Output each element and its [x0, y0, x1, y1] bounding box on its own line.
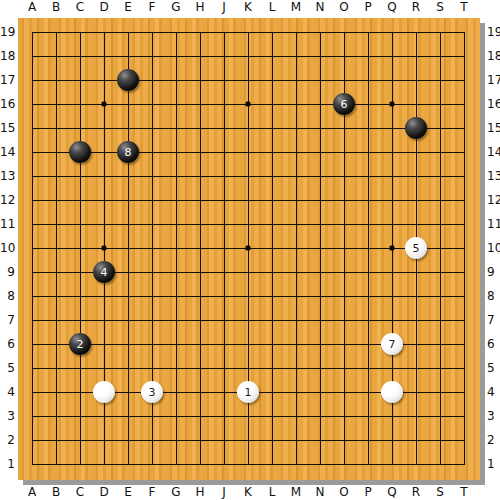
col-label-bottom-T: T: [452, 485, 476, 500]
intersection-T8: [452, 284, 476, 308]
intersection-Q16: [380, 92, 404, 116]
intersection-D18: [92, 44, 116, 68]
intersection-N12: [308, 188, 332, 212]
intersection-B8: [44, 284, 68, 308]
intersection-A15: [20, 116, 44, 140]
col-label-top-D: D: [92, 0, 116, 15]
intersection-E1: [116, 452, 140, 476]
intersection-M5: [284, 356, 308, 380]
row-label-left-7: 7: [0, 312, 15, 328]
intersection-R8: [404, 284, 428, 308]
intersection-D3: [92, 404, 116, 428]
row-label-left-11: 11: [0, 216, 15, 232]
col-label-top-L: L: [260, 0, 284, 15]
intersection-A13: [20, 164, 44, 188]
intersection-K11: [236, 212, 260, 236]
intersection-N6: [308, 332, 332, 356]
intersection-K14: [236, 140, 260, 164]
intersection-N5: [308, 356, 332, 380]
intersection-O6: [332, 332, 356, 356]
intersection-E16: [116, 92, 140, 116]
intersection-S19: [428, 20, 452, 44]
row-label-left-19: 19: [0, 24, 15, 40]
intersection-H17: [188, 68, 212, 92]
intersection-H8: [188, 284, 212, 308]
intersection-A3: [20, 404, 44, 428]
white-stone-Q6-move-7: 7: [381, 333, 403, 355]
intersection-L14: [260, 140, 284, 164]
intersection-O13: [332, 164, 356, 188]
intersection-D14: [92, 140, 116, 164]
intersection-J16: [212, 92, 236, 116]
intersection-N15: [308, 116, 332, 140]
intersection-S5: [428, 356, 452, 380]
intersection-S9: [428, 260, 452, 284]
intersection-T19: [452, 20, 476, 44]
intersection-D9: 4: [92, 260, 116, 284]
intersection-A12: [20, 188, 44, 212]
intersection-K17: [236, 68, 260, 92]
intersection-P17: [356, 68, 380, 92]
intersection-F9: [140, 260, 164, 284]
intersection-R12: [404, 188, 428, 212]
intersection-B4: [44, 380, 68, 404]
intersection-R16: [404, 92, 428, 116]
intersection-B6: [44, 332, 68, 356]
col-label-top-O: O: [332, 0, 356, 15]
intersection-F18: [140, 44, 164, 68]
intersection-A16: [20, 92, 44, 116]
intersection-L10: [260, 236, 284, 260]
intersection-E13: [116, 164, 140, 188]
intersection-J17: [212, 68, 236, 92]
intersection-D13: [92, 164, 116, 188]
intersection-N8: [308, 284, 332, 308]
intersection-A17: [20, 68, 44, 92]
intersection-J8: [212, 284, 236, 308]
intersection-H14: [188, 140, 212, 164]
intersection-T18: [452, 44, 476, 68]
intersection-E11: [116, 212, 140, 236]
intersection-S7: [428, 308, 452, 332]
intersection-R4: [404, 380, 428, 404]
intersection-D6: [92, 332, 116, 356]
intersection-N14: [308, 140, 332, 164]
intersection-J9: [212, 260, 236, 284]
intersection-J19: [212, 20, 236, 44]
intersection-J5: [212, 356, 236, 380]
intersection-B11: [44, 212, 68, 236]
intersection-R6: [404, 332, 428, 356]
intersection-M17: [284, 68, 308, 92]
intersection-F13: [140, 164, 164, 188]
row-label-left-13: 13: [0, 168, 15, 184]
intersection-L18: [260, 44, 284, 68]
intersection-S4: [428, 380, 452, 404]
intersection-M4: [284, 380, 308, 404]
intersection-J4: [212, 380, 236, 404]
intersection-E19: [116, 20, 140, 44]
intersection-O19: [332, 20, 356, 44]
intersection-C6: 2: [68, 332, 92, 356]
intersection-L1: [260, 452, 284, 476]
intersection-P2: [356, 428, 380, 452]
intersection-A9: [20, 260, 44, 284]
intersection-R17: [404, 68, 428, 92]
white-stone-R10-move-5: 5: [405, 237, 427, 259]
intersection-S2: [428, 428, 452, 452]
intersection-A14: [20, 140, 44, 164]
black-stone-C6-move-2: 2: [69, 333, 91, 355]
intersection-C7: [68, 308, 92, 332]
intersection-S10: [428, 236, 452, 260]
intersection-K9: [236, 260, 260, 284]
row-label-right-16: 16: [487, 96, 500, 112]
intersection-L4: [260, 380, 284, 404]
intersection-K8: [236, 284, 260, 308]
col-label-top-R: R: [404, 0, 428, 15]
intersection-J15: [212, 116, 236, 140]
intersection-N1: [308, 452, 332, 476]
intersection-N10: [308, 236, 332, 260]
intersection-O8: [332, 284, 356, 308]
col-label-top-P: P: [356, 0, 380, 15]
intersection-K7: [236, 308, 260, 332]
intersection-F6: [140, 332, 164, 356]
intersection-H19: [188, 20, 212, 44]
intersection-E12: [116, 188, 140, 212]
intersection-B17: [44, 68, 68, 92]
intersection-Q1: [380, 452, 404, 476]
intersection-L2: [260, 428, 284, 452]
intersection-K2: [236, 428, 260, 452]
row-label-right-8: 8: [487, 288, 500, 304]
star-point-K10: [246, 246, 251, 251]
col-label-top-A: A: [20, 0, 44, 15]
intersection-M2: [284, 428, 308, 452]
intersection-P15: [356, 116, 380, 140]
intersection-L3: [260, 404, 284, 428]
intersection-H12: [188, 188, 212, 212]
intersection-F14: [140, 140, 164, 164]
go-diagram: 68542731 AABBCCDDEEFFGGHHJJKKLLMMNNOOPPQ…: [0, 0, 500, 500]
row-label-right-3: 3: [487, 408, 500, 424]
intersection-P7: [356, 308, 380, 332]
intersection-G10: [164, 236, 188, 260]
intersection-G13: [164, 164, 188, 188]
intersection-T13: [452, 164, 476, 188]
col-label-top-H: H: [188, 0, 212, 15]
intersection-N3: [308, 404, 332, 428]
intersection-H13: [188, 164, 212, 188]
intersection-G14: [164, 140, 188, 164]
col-label-top-C: C: [68, 0, 92, 15]
intersection-P18: [356, 44, 380, 68]
col-label-bottom-Q: Q: [380, 485, 404, 500]
intersection-S11: [428, 212, 452, 236]
row-label-right-6: 6: [487, 336, 500, 352]
intersection-P13: [356, 164, 380, 188]
intersection-K10: [236, 236, 260, 260]
intersection-A8: [20, 284, 44, 308]
intersection-P16: [356, 92, 380, 116]
col-label-top-F: F: [140, 0, 164, 15]
intersection-D2: [92, 428, 116, 452]
col-label-bottom-K: K: [236, 485, 260, 500]
intersection-A4: [20, 380, 44, 404]
intersection-R14: [404, 140, 428, 164]
row-label-left-14: 14: [0, 144, 15, 160]
col-label-bottom-L: L: [260, 485, 284, 500]
intersection-T14: [452, 140, 476, 164]
intersection-O18: [332, 44, 356, 68]
row-label-right-19: 19: [487, 24, 500, 40]
intersection-O4: [332, 380, 356, 404]
intersection-R10: 5: [404, 236, 428, 260]
intersection-O9: [332, 260, 356, 284]
row-label-left-2: 2: [0, 432, 15, 448]
intersection-E6: [116, 332, 140, 356]
intersection-D1: [92, 452, 116, 476]
intersection-Q4: [380, 380, 404, 404]
intersection-G12: [164, 188, 188, 212]
intersection-G9: [164, 260, 188, 284]
intersection-A2: [20, 428, 44, 452]
intersection-A1: [20, 452, 44, 476]
intersection-G16: [164, 92, 188, 116]
intersection-E9: [116, 260, 140, 284]
intersection-G15: [164, 116, 188, 140]
intersection-R19: [404, 20, 428, 44]
black-stone-C14: [69, 141, 91, 163]
col-label-bottom-P: P: [356, 485, 380, 500]
col-label-top-S: S: [428, 0, 452, 15]
intersection-B19: [44, 20, 68, 44]
intersection-M18: [284, 44, 308, 68]
star-point-Q16: [390, 102, 395, 107]
intersection-F7: [140, 308, 164, 332]
row-label-right-17: 17: [487, 72, 500, 88]
intersection-H7: [188, 308, 212, 332]
intersection-R18: [404, 44, 428, 68]
intersection-P19: [356, 20, 380, 44]
intersection-J7: [212, 308, 236, 332]
intersection-L12: [260, 188, 284, 212]
intersection-H4: [188, 380, 212, 404]
intersection-N16: [308, 92, 332, 116]
intersection-K16: [236, 92, 260, 116]
intersection-H3: [188, 404, 212, 428]
intersection-N13: [308, 164, 332, 188]
intersection-Q17: [380, 68, 404, 92]
col-label-bottom-J: J: [212, 485, 236, 500]
intersection-P10: [356, 236, 380, 260]
intersection-P9: [356, 260, 380, 284]
intersection-D5: [92, 356, 116, 380]
intersection-J6: [212, 332, 236, 356]
row-label-right-2: 2: [487, 432, 500, 448]
intersection-L16: [260, 92, 284, 116]
col-label-top-E: E: [116, 0, 140, 15]
intersection-Q2: [380, 428, 404, 452]
intersection-H16: [188, 92, 212, 116]
col-label-bottom-E: E: [116, 485, 140, 500]
board-intersections: 68542731: [20, 20, 476, 476]
intersection-C15: [68, 116, 92, 140]
black-stone-D9-move-4: 4: [93, 261, 115, 283]
intersection-M16: [284, 92, 308, 116]
intersection-H9: [188, 260, 212, 284]
intersection-G5: [164, 356, 188, 380]
row-label-left-17: 17: [0, 72, 15, 88]
intersection-D8: [92, 284, 116, 308]
row-label-right-4: 4: [487, 384, 500, 400]
intersection-C14: [68, 140, 92, 164]
intersection-H18: [188, 44, 212, 68]
intersection-N11: [308, 212, 332, 236]
intersection-J10: [212, 236, 236, 260]
intersection-L9: [260, 260, 284, 284]
intersection-S3: [428, 404, 452, 428]
intersection-B3: [44, 404, 68, 428]
row-label-left-4: 4: [0, 384, 15, 400]
intersection-A18: [20, 44, 44, 68]
intersection-Q10: [380, 236, 404, 260]
intersection-S15: [428, 116, 452, 140]
intersection-S18: [428, 44, 452, 68]
intersection-F12: [140, 188, 164, 212]
intersection-C2: [68, 428, 92, 452]
intersection-D7: [92, 308, 116, 332]
row-label-left-6: 6: [0, 336, 15, 352]
col-label-top-T: T: [452, 0, 476, 15]
col-label-bottom-B: B: [44, 485, 68, 500]
intersection-L15: [260, 116, 284, 140]
intersection-C17: [68, 68, 92, 92]
intersection-F1: [140, 452, 164, 476]
row-label-right-13: 13: [487, 168, 500, 184]
intersection-J3: [212, 404, 236, 428]
col-label-top-N: N: [308, 0, 332, 15]
intersection-T16: [452, 92, 476, 116]
col-label-top-B: B: [44, 0, 68, 15]
intersection-N9: [308, 260, 332, 284]
col-label-bottom-S: S: [428, 485, 452, 500]
intersection-Q6: 7: [380, 332, 404, 356]
intersection-K15: [236, 116, 260, 140]
intersection-B5: [44, 356, 68, 380]
intersection-E14: 8: [116, 140, 140, 164]
go-board: 68542731: [18, 18, 480, 480]
white-stone-K4-move-1: 1: [237, 381, 259, 403]
intersection-T12: [452, 188, 476, 212]
intersection-F11: [140, 212, 164, 236]
row-label-left-8: 8: [0, 288, 15, 304]
intersection-O5: [332, 356, 356, 380]
row-label-right-12: 12: [487, 192, 500, 208]
intersection-P8: [356, 284, 380, 308]
intersection-T4: [452, 380, 476, 404]
col-label-bottom-D: D: [92, 485, 116, 500]
intersection-R15: [404, 116, 428, 140]
intersection-E17: [116, 68, 140, 92]
row-label-right-15: 15: [487, 120, 500, 136]
star-point-D16: [102, 102, 107, 107]
intersection-F15: [140, 116, 164, 140]
intersection-B7: [44, 308, 68, 332]
row-label-left-12: 12: [0, 192, 15, 208]
intersection-Q18: [380, 44, 404, 68]
intersection-K12: [236, 188, 260, 212]
intersection-F2: [140, 428, 164, 452]
white-stone-F4-move-3: 3: [141, 381, 163, 403]
intersection-P14: [356, 140, 380, 164]
intersection-F4: 3: [140, 380, 164, 404]
intersection-O12: [332, 188, 356, 212]
intersection-R9: [404, 260, 428, 284]
intersection-B14: [44, 140, 68, 164]
intersection-R11: [404, 212, 428, 236]
intersection-B18: [44, 44, 68, 68]
intersection-B12: [44, 188, 68, 212]
row-label-right-5: 5: [487, 360, 500, 376]
intersection-H15: [188, 116, 212, 140]
intersection-C3: [68, 404, 92, 428]
white-stone-D4: [93, 381, 115, 403]
intersection-S14: [428, 140, 452, 164]
intersection-Q8: [380, 284, 404, 308]
intersection-E2: [116, 428, 140, 452]
intersection-C1: [68, 452, 92, 476]
intersection-Q5: [380, 356, 404, 380]
intersection-P1: [356, 452, 380, 476]
intersection-N19: [308, 20, 332, 44]
intersection-H6: [188, 332, 212, 356]
intersection-R3: [404, 404, 428, 428]
star-point-D10: [102, 246, 107, 251]
intersection-P6: [356, 332, 380, 356]
col-label-bottom-G: G: [164, 485, 188, 500]
intersection-L11: [260, 212, 284, 236]
row-label-left-18: 18: [0, 48, 15, 64]
intersection-E7: [116, 308, 140, 332]
intersection-P12: [356, 188, 380, 212]
row-label-left-9: 9: [0, 264, 15, 280]
intersection-B1: [44, 452, 68, 476]
intersection-S16: [428, 92, 452, 116]
intersection-G7: [164, 308, 188, 332]
intersection-T1: [452, 452, 476, 476]
intersection-G3: [164, 404, 188, 428]
intersection-O3: [332, 404, 356, 428]
intersection-O1: [332, 452, 356, 476]
row-label-right-11: 11: [487, 216, 500, 232]
intersection-S6: [428, 332, 452, 356]
intersection-D17: [92, 68, 116, 92]
intersection-C13: [68, 164, 92, 188]
intersection-M10: [284, 236, 308, 260]
intersection-G11: [164, 212, 188, 236]
col-label-top-M: M: [284, 0, 308, 15]
intersection-G17: [164, 68, 188, 92]
col-label-bottom-F: F: [140, 485, 164, 500]
intersection-A10: [20, 236, 44, 260]
intersection-D19: [92, 20, 116, 44]
intersection-O11: [332, 212, 356, 236]
white-stone-Q4: [381, 381, 403, 403]
intersection-J18: [212, 44, 236, 68]
intersection-C9: [68, 260, 92, 284]
